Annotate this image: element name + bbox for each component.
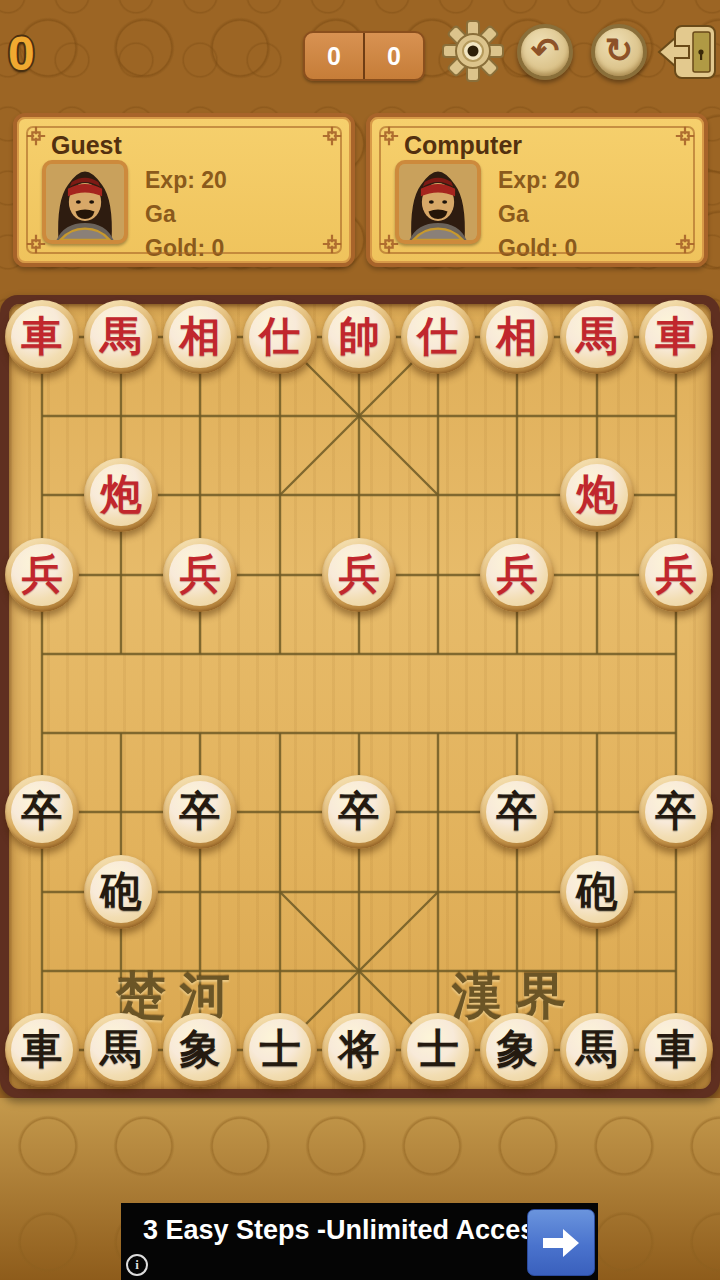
piece-face: 卒	[328, 781, 390, 843]
piece-face: 炮	[90, 464, 152, 526]
piece-character: 炮	[101, 474, 142, 515]
ad-cta-button[interactable]	[527, 1209, 595, 1276]
ad-info-icon[interactable]: i	[126, 1254, 148, 1276]
board-piece-black-卒[interactable]: 卒	[163, 775, 237, 849]
piece-character: 象	[180, 1029, 221, 1070]
piece-face: 車	[645, 306, 707, 368]
piece-character: 馬	[101, 1029, 142, 1070]
piece-character: 仕	[418, 316, 459, 357]
board-piece-red-相[interactable]: 相	[480, 300, 554, 374]
xiangqi-board[interactable]: 楚河 漢界 車馬相仕帥仕相馬車炮炮兵兵兵兵兵卒卒卒卒卒砲砲車馬象士将士象馬車	[0, 295, 720, 1098]
board-piece-black-砲[interactable]: 砲	[560, 855, 634, 929]
piece-face: 兵	[11, 544, 73, 606]
piece-character: 馬	[577, 316, 618, 357]
piece-face: 車	[11, 1019, 73, 1081]
piece-face: 馬	[566, 1019, 628, 1081]
board-piece-red-兵[interactable]: 兵	[639, 538, 713, 612]
piece-character: 卒	[22, 791, 63, 832]
piece-face: 士	[407, 1019, 469, 1081]
piece-face: 兵	[645, 544, 707, 606]
board-piece-black-象[interactable]: 象	[480, 1013, 554, 1087]
piece-face: 兵	[486, 544, 548, 606]
piece-character: 炮	[577, 474, 618, 515]
piece-character: 卒	[339, 791, 380, 832]
player-card-guest: Guest Exp: 20 Ga Gold: 0	[13, 113, 355, 267]
board-piece-black-士[interactable]: 士	[243, 1013, 317, 1087]
board-piece-black-車[interactable]: 車	[5, 1013, 79, 1087]
piece-face: 馬	[90, 306, 152, 368]
piece-face: 馬	[566, 306, 628, 368]
piece-character: 相	[180, 316, 221, 357]
piece-face: 相	[486, 306, 548, 368]
board-piece-black-士[interactable]: 士	[401, 1013, 475, 1087]
board-piece-red-帥[interactable]: 帥	[322, 300, 396, 374]
stat-ga: Ga	[145, 197, 227, 231]
settings-button[interactable]	[442, 20, 504, 82]
exit-button[interactable]	[657, 24, 717, 80]
board-piece-black-車[interactable]: 車	[639, 1013, 713, 1087]
piece-character: 車	[656, 316, 697, 357]
board-piece-black-馬[interactable]: 馬	[560, 1013, 634, 1087]
ad-banner[interactable]: 3 Easy Steps -Unlimited Access i	[121, 1203, 598, 1280]
piece-face: 仕	[249, 306, 311, 368]
piece-character: 砲	[101, 871, 142, 912]
stat-exp: Exp: 20	[498, 163, 580, 197]
piece-character: 兵	[497, 554, 538, 595]
stat-ga: Ga	[498, 197, 580, 231]
piece-face: 相	[169, 306, 231, 368]
board-piece-red-相[interactable]: 相	[163, 300, 237, 374]
piece-character: 兵	[22, 554, 63, 595]
board-grid	[0, 295, 720, 1098]
score-box: 0 0	[303, 31, 425, 81]
piece-face: 士	[249, 1019, 311, 1081]
piece-character: 卒	[180, 791, 221, 832]
piece-face: 卒	[486, 781, 548, 843]
ad-headline[interactable]: 3 Easy Steps -Unlimited Access	[143, 1215, 550, 1246]
avatar	[395, 160, 481, 244]
piece-character: 馬	[101, 316, 142, 357]
avatar	[42, 160, 128, 244]
board-piece-black-砲[interactable]: 砲	[84, 855, 158, 929]
board-piece-black-卒[interactable]: 卒	[5, 775, 79, 849]
piece-character: 車	[22, 1029, 63, 1070]
piece-character: 車	[22, 316, 63, 357]
board-piece-black-象[interactable]: 象	[163, 1013, 237, 1087]
player-name: Computer	[404, 131, 522, 160]
piece-face: 卒	[11, 781, 73, 843]
piece-character: 将	[339, 1029, 380, 1070]
exit-door-icon	[657, 24, 717, 80]
stat-gold: Gold: 0	[498, 231, 580, 265]
player-name: Guest	[51, 131, 122, 160]
redo-button[interactable]: ↻	[591, 24, 647, 80]
piece-character: 砲	[577, 871, 618, 912]
piece-character: 馬	[577, 1029, 618, 1070]
piece-face: 卒	[645, 781, 707, 843]
board-piece-red-兵[interactable]: 兵	[322, 538, 396, 612]
piece-face: 車	[11, 306, 73, 368]
piece-character: 車	[656, 1029, 697, 1070]
board-piece-red-炮[interactable]: 炮	[84, 458, 158, 532]
board-piece-red-馬[interactable]: 馬	[560, 300, 634, 374]
piece-face: 仕	[407, 306, 469, 368]
board-piece-red-兵[interactable]: 兵	[480, 538, 554, 612]
piece-face: 象	[486, 1019, 548, 1081]
piece-character: 象	[497, 1029, 538, 1070]
piece-face: 象	[169, 1019, 231, 1081]
piece-face: 将	[328, 1019, 390, 1081]
stat-exp: Exp: 20	[145, 163, 227, 197]
piece-face: 帥	[328, 306, 390, 368]
player-card-computer: Computer Exp: 20 Ga Gold: 0	[366, 113, 708, 267]
piece-face: 砲	[90, 861, 152, 923]
player-stats: Exp: 20 Ga Gold: 0	[498, 163, 580, 265]
board-piece-black-馬[interactable]: 馬	[84, 1013, 158, 1087]
piece-face: 兵	[169, 544, 231, 606]
piece-character: 卒	[497, 791, 538, 832]
piece-character: 相	[497, 316, 538, 357]
score-right: 0	[363, 33, 423, 79]
piece-character: 兵	[656, 554, 697, 595]
arrow-right-icon	[541, 1225, 581, 1261]
board-piece-red-仕[interactable]: 仕	[401, 300, 475, 374]
undo-arrow-icon: ↶	[531, 33, 560, 67]
piece-face: 炮	[566, 464, 628, 526]
piece-face: 卒	[169, 781, 231, 843]
player-stats: Exp: 20 Ga Gold: 0	[145, 163, 227, 265]
piece-face: 兵	[328, 544, 390, 606]
board-piece-red-車[interactable]: 車	[5, 300, 79, 374]
board-piece-black-卒[interactable]: 卒	[480, 775, 554, 849]
stat-gold: Gold: 0	[145, 231, 227, 265]
piece-character: 兵	[339, 554, 380, 595]
piece-character: 卒	[656, 791, 697, 832]
redo-arrows-icon: ↻	[605, 33, 634, 67]
score-left: 0	[305, 33, 363, 79]
piece-character: 兵	[180, 554, 221, 595]
coin-counter: 0	[8, 26, 35, 81]
piece-face: 車	[645, 1019, 707, 1081]
board-piece-red-馬[interactable]: 馬	[84, 300, 158, 374]
piece-character: 士	[418, 1029, 459, 1070]
board-piece-black-卒[interactable]: 卒	[639, 775, 713, 849]
piece-character: 仕	[260, 316, 301, 357]
app-screen: 0 0 0	[0, 0, 720, 1280]
board-piece-black-将[interactable]: 将	[322, 1013, 396, 1087]
board-piece-red-車[interactable]: 車	[639, 300, 713, 374]
board-piece-black-卒[interactable]: 卒	[322, 775, 396, 849]
board-piece-red-炮[interactable]: 炮	[560, 458, 634, 532]
board-piece-red-仕[interactable]: 仕	[243, 300, 317, 374]
board-piece-red-兵[interactable]: 兵	[5, 538, 79, 612]
piece-face: 砲	[566, 861, 628, 923]
board-piece-red-兵[interactable]: 兵	[163, 538, 237, 612]
piece-character: 士	[260, 1029, 301, 1070]
undo-button[interactable]: ↶	[517, 24, 573, 80]
piece-character: 帥	[339, 316, 380, 357]
piece-face: 馬	[90, 1019, 152, 1081]
gear-icon	[442, 20, 504, 82]
